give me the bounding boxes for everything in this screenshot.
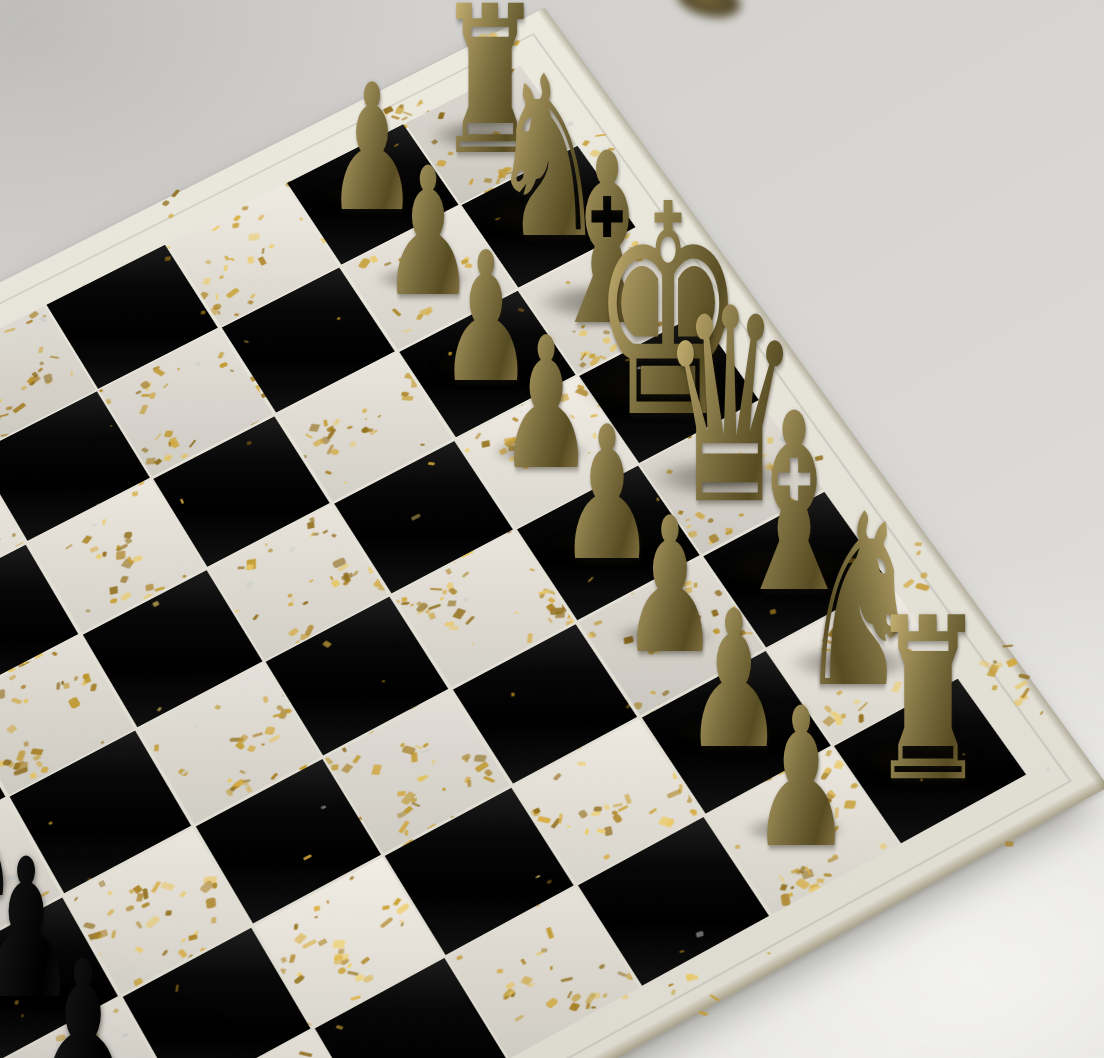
gold-flake	[452, 607, 466, 619]
gold-flake	[352, 754, 361, 763]
gold-flake	[666, 788, 682, 798]
gold-flake	[604, 826, 613, 837]
gold-flake	[189, 934, 198, 941]
gold-flake	[243, 779, 250, 783]
gold-flake	[431, 760, 436, 765]
gold-flake	[418, 101, 423, 105]
gold-flake	[35, 761, 43, 769]
gold-flake	[411, 752, 418, 763]
gold-flake	[367, 566, 372, 573]
gold-flake	[364, 418, 368, 421]
gold-flake	[102, 551, 106, 557]
gold-flake	[218, 362, 227, 369]
gold-flake	[447, 600, 456, 606]
gold-flake	[37, 367, 44, 372]
gold-flake	[355, 974, 364, 981]
gold-flake	[268, 734, 281, 743]
gold-flake	[325, 471, 332, 476]
gold-flake	[992, 660, 997, 665]
gold-flake	[360, 426, 369, 434]
gold-flake	[230, 369, 235, 372]
gold-flake	[201, 311, 206, 315]
gold-flake	[165, 256, 171, 261]
gold-flake	[5, 406, 12, 411]
gold-flake	[596, 827, 606, 833]
gold-flake	[326, 426, 333, 432]
gold-flake	[330, 426, 334, 431]
gold-flake	[231, 786, 236, 791]
gold-flake	[416, 774, 426, 782]
gold-flake	[526, 634, 532, 644]
gold-flake	[331, 579, 341, 588]
gold-flake	[93, 523, 99, 527]
gold-flake	[558, 814, 563, 824]
gold-flake	[577, 809, 588, 819]
gold-flake	[302, 601, 309, 606]
gold-flake	[461, 571, 470, 578]
gold-flake	[539, 592, 545, 598]
gold-flake	[274, 713, 283, 717]
gold-flake	[665, 818, 674, 826]
gold-flake	[341, 764, 353, 774]
gold-flake	[474, 754, 487, 762]
gold-flake	[103, 519, 106, 525]
gold-flake	[241, 785, 248, 788]
gold-flake	[425, 610, 430, 614]
gold-flake	[203, 278, 212, 285]
gold-flake	[223, 265, 228, 271]
gold-flake	[586, 633, 593, 638]
gold-flake	[147, 458, 156, 465]
gold-flake	[462, 753, 471, 761]
gold-flake	[291, 598, 294, 601]
gold-flake	[10, 697, 22, 704]
gold-flake	[510, 692, 514, 697]
gold-flake	[199, 880, 215, 893]
gold-flake	[106, 398, 111, 404]
gold-flake	[465, 616, 475, 626]
gold-flake	[135, 390, 142, 395]
gold-flake	[592, 992, 601, 998]
gold-flake	[436, 819, 443, 823]
gold-flake	[169, 437, 180, 448]
gold-flake	[83, 672, 92, 682]
gold-flake	[27, 375, 40, 386]
gold-flake	[181, 769, 187, 775]
gold-flake	[649, 808, 658, 815]
gold-flake	[132, 885, 142, 894]
gold-flake	[146, 382, 153, 392]
gold-flake	[322, 529, 329, 534]
gold-flake	[81, 679, 88, 685]
gold-flake	[545, 603, 555, 612]
gold-flake	[288, 628, 299, 637]
gold-flake	[258, 213, 266, 220]
gold-flake	[319, 436, 331, 446]
gold-flake	[569, 1002, 580, 1012]
gold-flake	[340, 958, 350, 967]
gold-flake	[9, 674, 18, 681]
gold-flake	[447, 582, 453, 589]
gold-flake	[126, 905, 135, 913]
gold-flake	[330, 448, 340, 456]
gold-flake	[96, 554, 104, 560]
gold-flake	[520, 975, 533, 985]
gold-flake	[252, 732, 263, 738]
gold-flake	[529, 568, 535, 571]
gold-flake	[1046, 767, 1050, 771]
gold-flake	[216, 311, 220, 316]
gold-flake	[295, 924, 298, 931]
gold-flake	[211, 307, 219, 316]
gold-flake	[338, 563, 350, 572]
gold-flake	[223, 256, 229, 262]
gold-flake	[234, 313, 239, 317]
gold-flake	[191, 934, 196, 939]
gold-flake	[13, 402, 27, 413]
gold-flake	[398, 821, 410, 834]
gold-flake	[689, 808, 698, 815]
gold-flake	[483, 776, 496, 783]
gold-flake	[383, 905, 390, 910]
gold-flake	[180, 453, 188, 459]
gold-flake	[153, 368, 165, 377]
gold-flake	[116, 550, 125, 560]
knight-glyph: ♞	[0, 968, 13, 1058]
gold-flake	[163, 383, 170, 389]
gold-flake	[229, 785, 239, 790]
gold-flake	[464, 777, 471, 784]
gold-flake	[987, 665, 1000, 678]
gold-flake	[318, 938, 328, 947]
gold-flake	[0, 688, 5, 699]
gold-flake	[162, 200, 171, 207]
gold-flake	[247, 559, 256, 570]
gold-flake	[337, 949, 344, 955]
gold-flake	[400, 923, 403, 927]
gold-flake	[298, 217, 303, 221]
gold-flake	[119, 576, 128, 584]
gold-flake	[141, 447, 149, 453]
gold-flake	[401, 391, 410, 397]
gold-flake	[417, 775, 429, 780]
gold-flake	[603, 854, 611, 860]
gold-flake	[261, 248, 264, 254]
gold-flake	[61, 681, 63, 685]
gold-flake	[135, 921, 142, 929]
gold-flake	[63, 683, 69, 690]
gold-flake	[229, 257, 235, 261]
gold-flake	[74, 676, 79, 681]
gold-flake	[98, 880, 106, 887]
gold-flake	[300, 1051, 313, 1057]
gold-flake	[567, 991, 573, 999]
gold-flake	[326, 900, 329, 904]
gold-flake	[290, 954, 296, 962]
gold-flake	[287, 594, 293, 598]
gold-flake	[228, 778, 233, 782]
gold-flake	[540, 949, 547, 954]
gold-flake	[229, 737, 243, 741]
gold-flake	[427, 612, 435, 620]
gold-flake	[781, 893, 791, 907]
gold-flake	[106, 890, 113, 895]
gold-flake	[279, 709, 289, 719]
gold-flake	[678, 784, 682, 792]
gold-flake	[205, 260, 212, 265]
gold-flake	[5, 327, 16, 332]
gold-flake	[552, 773, 561, 781]
gold-flake	[203, 876, 217, 884]
gold-flake	[268, 548, 274, 553]
gold-flake	[412, 379, 417, 388]
gold-flake	[70, 371, 73, 376]
gold-flake	[602, 993, 608, 998]
gold-flake	[336, 1025, 344, 1030]
gold-flake	[668, 983, 673, 987]
gold-flake	[0, 413, 9, 418]
gold-flake	[584, 992, 596, 1005]
gold-flake	[12, 533, 16, 537]
gold-flake	[243, 782, 253, 793]
gold-flake	[161, 949, 168, 956]
gold-flake	[155, 433, 162, 440]
gold-flake	[49, 355, 60, 359]
gold-flake	[90, 545, 99, 552]
gold-flake	[309, 532, 316, 538]
gold-flake	[372, 765, 382, 775]
gold-flake	[695, 930, 704, 937]
gold-flake	[168, 441, 171, 447]
gold-flake	[514, 1014, 524, 1021]
gold-flake	[157, 707, 162, 711]
rook-glyph: ♜	[869, 589, 987, 814]
gold-flake	[247, 256, 255, 264]
gold-flake	[602, 803, 610, 810]
gold-flake	[309, 579, 314, 582]
gold-flake	[31, 748, 44, 755]
gold-flake	[110, 425, 113, 428]
gold-flake	[160, 882, 175, 892]
gold-flake	[26, 319, 34, 324]
gold-flake	[377, 415, 381, 418]
gold-flake	[369, 255, 376, 260]
gold-flake	[165, 456, 171, 461]
gold-flake	[401, 791, 416, 805]
gold-flake	[598, 964, 605, 970]
gold-flake	[0, 536, 1, 544]
gold-flake	[336, 317, 341, 321]
gold-flake	[250, 294, 256, 299]
gold-flake	[463, 597, 468, 602]
gold-flake	[611, 810, 619, 816]
gold-flake	[195, 362, 201, 366]
gold-flake	[690, 810, 697, 817]
gold-flake	[115, 544, 128, 553]
gold-flake	[519, 959, 526, 966]
gold-flake	[546, 996, 559, 1008]
gold-flake	[123, 531, 132, 539]
gold-flake	[324, 419, 329, 427]
gold-flake	[679, 950, 685, 953]
gold-flake	[32, 372, 39, 378]
gold-flake	[402, 597, 408, 602]
gold-flake	[393, 898, 402, 906]
gold-flake	[346, 963, 352, 969]
gold-flake	[623, 794, 631, 805]
gold-flake	[0, 410, 1, 421]
gold-flake	[106, 908, 116, 917]
gold-flake	[380, 917, 394, 929]
gold-flake	[506, 981, 516, 990]
gold-flake	[528, 982, 536, 988]
gold-flake	[475, 761, 489, 772]
gold-flake	[395, 903, 410, 915]
gold-flake	[420, 444, 425, 446]
gold-flake	[136, 894, 144, 902]
gold-flake	[92, 740, 98, 743]
gold-flake	[401, 743, 405, 747]
gold-flake	[321, 806, 325, 809]
gold-flake	[535, 951, 543, 956]
gold-flake	[121, 592, 133, 602]
gold-flake	[347, 971, 359, 976]
gold-flake	[410, 603, 415, 607]
gold-flake	[332, 764, 339, 771]
gold-flake	[509, 990, 516, 996]
gold-flake	[551, 966, 553, 970]
gold-flake	[193, 930, 199, 935]
gold-flake	[312, 533, 319, 536]
gold-flake	[314, 905, 321, 911]
gold-flake	[249, 233, 260, 241]
gold-flake	[343, 572, 349, 582]
gold-flake	[296, 971, 303, 977]
gold-flake	[340, 573, 353, 581]
gold-flake	[401, 745, 416, 755]
gold-flake	[474, 433, 481, 440]
gold-flake	[110, 598, 117, 604]
gold-flake	[185, 443, 187, 446]
gold-flake	[141, 393, 151, 396]
gold-flake	[334, 954, 344, 963]
gold-flake	[555, 611, 565, 618]
gold-flake	[343, 481, 348, 484]
gold-flake	[410, 801, 420, 807]
gold-flake	[57, 682, 60, 690]
gold-flake	[140, 380, 151, 389]
gold-flake	[109, 586, 117, 595]
gold-flake	[788, 893, 793, 898]
gold-flake	[51, 651, 57, 656]
gold-flake	[102, 551, 108, 556]
gold-flake	[225, 287, 240, 298]
gold-flake	[550, 607, 564, 615]
gold-flake	[414, 745, 423, 750]
gold-flake	[401, 602, 410, 606]
gold-flake	[82, 673, 89, 678]
gold-flake	[212, 917, 217, 923]
gold-flake	[429, 604, 442, 610]
gold-flake	[234, 741, 245, 750]
gold-flake	[231, 214, 241, 222]
gold-flake	[331, 534, 337, 539]
gold-flake	[416, 610, 423, 615]
gold-flake	[440, 596, 445, 600]
gold-flake	[632, 702, 642, 710]
gold-flake	[275, 704, 284, 711]
gold-flake	[1017, 693, 1028, 702]
gold-flake	[178, 890, 187, 898]
gold-flake	[333, 418, 341, 425]
gold-flake	[124, 536, 133, 544]
gold-flake	[671, 990, 676, 995]
gold-flake	[455, 955, 462, 961]
gold-flake	[381, 679, 386, 682]
gold-flake	[484, 768, 494, 777]
gold-flake	[46, 380, 52, 385]
gold-flake	[405, 830, 409, 837]
gold-flake	[348, 875, 355, 881]
gold-flake	[560, 976, 573, 982]
gold-flake	[589, 631, 597, 638]
gold-flake	[81, 536, 92, 545]
gold-flake	[404, 806, 415, 815]
gold-flake	[268, 244, 275, 249]
gold-flake	[180, 938, 186, 943]
gold-flake	[23, 698, 29, 703]
gold-flake	[593, 806, 603, 812]
gold-flake	[163, 454, 173, 461]
gold-flake	[428, 462, 435, 465]
gold-flake	[334, 953, 349, 960]
gold-flake	[515, 611, 519, 613]
gold-flake	[594, 620, 603, 626]
gold-flake	[464, 758, 469, 762]
gold-flake	[422, 743, 428, 748]
gold-flake	[212, 883, 217, 889]
gold-flake	[142, 888, 148, 900]
gold-flake	[233, 223, 239, 229]
gold-flake	[467, 780, 470, 788]
gold-flake	[149, 392, 156, 398]
gold-flake	[171, 189, 180, 197]
gold-flake	[686, 973, 699, 979]
gold-flake	[44, 373, 54, 383]
gold-flake	[285, 708, 293, 714]
gold-flake	[205, 897, 216, 910]
gold-flake	[262, 696, 269, 704]
gold-flake	[127, 556, 134, 565]
gold-flake	[570, 992, 583, 1003]
gold-flake	[37, 347, 43, 353]
gold-flake	[421, 748, 430, 754]
pawn-glyph: ♟	[750, 683, 851, 875]
gold-flake	[21, 685, 25, 689]
gold-flake	[314, 916, 318, 918]
gold-flake	[289, 547, 295, 553]
gold-flake	[309, 423, 320, 432]
gold-flake	[265, 543, 268, 546]
gold-flake	[617, 971, 627, 977]
gold-flake	[304, 625, 315, 636]
gold-flake	[539, 590, 550, 594]
gold-flake	[155, 744, 159, 751]
gold-flake	[225, 788, 235, 797]
gold-flake	[178, 768, 189, 777]
gold-flake	[236, 734, 248, 745]
gold-flake	[687, 973, 695, 981]
